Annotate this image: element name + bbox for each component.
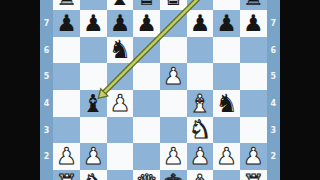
square-g7[interactable]: ♟ [213,10,240,37]
square-f7[interactable]: ♟ [187,10,214,37]
rank-label-4-left: 4 [40,90,53,117]
square-e8[interactable]: ♚ [160,0,187,10]
square-a6[interactable] [53,37,80,64]
black-rook-a8[interactable]: ♜ [55,0,77,9]
square-a5[interactable] [53,63,80,90]
square-d1[interactable]: ♛ [133,170,160,180]
square-c3[interactable] [107,117,134,144]
black-bishop-c8[interactable]: ♝ [109,0,131,9]
rank-label-6-left: 6 [40,37,53,64]
square-g1[interactable] [213,170,240,180]
chess-board: 765432 ♜♝♛♚♜♟♟♟♟♟♟♟♞♟♝♟♝♞♞♟♟♟♟♟♟♜♞♛♚♝♜ 7… [40,0,280,180]
square-b1[interactable]: ♞ [80,170,107,180]
white-pawn-e2[interactable]: ♟ [163,145,184,168]
black-pawn-h7[interactable]: ♟ [243,12,264,35]
square-f5[interactable] [187,63,214,90]
white-pawn-a2[interactable]: ♟ [56,145,77,168]
square-c2[interactable] [107,143,134,170]
square-f3[interactable]: ♞ [187,117,214,144]
square-h7[interactable]: ♟ [240,10,267,37]
white-pawn-f2[interactable]: ♟ [190,145,211,168]
white-rook-h1[interactable]: ♜ [242,171,264,180]
rank-label-5-right: 5 [267,63,280,90]
white-knight-f3[interactable]: ♞ [189,117,211,142]
black-pawn-b7[interactable]: ♟ [83,12,104,35]
square-d4[interactable] [133,90,160,117]
square-h8[interactable]: ♜ [240,0,267,10]
square-e2[interactable]: ♟ [160,143,187,170]
white-pawn-e5[interactable]: ♟ [163,65,184,88]
square-e5[interactable]: ♟ [160,63,187,90]
square-f2[interactable]: ♟ [187,143,214,170]
square-h2[interactable]: ♟ [240,143,267,170]
rank-label-7-left: 7 [40,10,53,37]
square-e4[interactable] [160,90,187,117]
square-h6[interactable] [240,37,267,64]
square-f8[interactable] [187,0,214,10]
square-h5[interactable] [240,63,267,90]
black-pawn-d7[interactable]: ♟ [136,12,157,35]
square-b5[interactable] [80,63,107,90]
black-king-e8[interactable]: ♚ [162,0,184,9]
square-d5[interactable] [133,63,160,90]
square-b8[interactable] [80,0,107,10]
square-f4[interactable]: ♝ [187,90,214,117]
square-h4[interactable] [240,90,267,117]
square-c8[interactable]: ♝ [107,0,134,10]
rank-label-3-right: 3 [267,117,280,144]
square-d8[interactable]: ♛ [133,0,160,10]
white-knight-b1[interactable]: ♞ [82,171,104,180]
square-c4[interactable]: ♟ [107,90,134,117]
board-squares: ♜♝♛♚♜♟♟♟♟♟♟♟♞♟♝♟♝♞♞♟♟♟♟♟♟♜♞♛♚♝♜ [53,0,266,180]
square-g5[interactable] [213,63,240,90]
square-a8[interactable]: ♜ [53,0,80,10]
square-g6[interactable] [213,37,240,64]
rank-label-4-right: 4 [267,90,280,117]
square-d6[interactable] [133,37,160,64]
square-g3[interactable] [213,117,240,144]
square-b2[interactable]: ♟ [80,143,107,170]
square-c7[interactable]: ♟ [107,10,134,37]
square-b6[interactable] [80,37,107,64]
black-queen-d8[interactable]: ♛ [135,0,157,9]
white-pawn-h2[interactable]: ♟ [243,145,264,168]
rank-label-5-left: 5 [40,63,53,90]
square-a4[interactable] [53,90,80,117]
video-frame: 765432 ♜♝♛♚♜♟♟♟♟♟♟♟♞♟♝♟♝♞♞♟♟♟♟♟♟♜♞♛♚♝♜ 7… [0,0,320,180]
square-h3[interactable] [240,117,267,144]
square-e3[interactable] [160,117,187,144]
black-pawn-f7[interactable]: ♟ [190,12,211,35]
square-d2[interactable] [133,143,160,170]
square-a3[interactable] [53,117,80,144]
square-a1[interactable]: ♜ [53,170,80,180]
square-e6[interactable] [160,37,187,64]
square-h1[interactable]: ♜ [240,170,267,180]
square-g8[interactable] [213,0,240,10]
square-d7[interactable]: ♟ [133,10,160,37]
rank-label-2-left: 2 [40,143,53,170]
white-pawn-g2[interactable]: ♟ [216,145,237,168]
square-g2[interactable]: ♟ [213,143,240,170]
white-bishop-f4[interactable]: ♝ [189,91,211,116]
square-b7[interactable]: ♟ [80,10,107,37]
square-c6[interactable]: ♞ [107,37,134,64]
square-c5[interactable] [107,63,134,90]
square-e1[interactable]: ♚ [160,170,187,180]
white-rook-a1[interactable]: ♜ [55,171,77,180]
black-pawn-g7[interactable]: ♟ [216,12,237,35]
rank-label-6-right: 6 [267,37,280,64]
white-bishop-f1[interactable]: ♝ [189,171,211,180]
black-pawn-c7[interactable]: ♟ [110,12,131,35]
rank-label-3-left: 3 [40,117,53,144]
square-a2[interactable]: ♟ [53,143,80,170]
black-knight-g4[interactable]: ♞ [215,91,237,116]
white-pawn-c4[interactable]: ♟ [110,92,131,115]
white-king-e1[interactable]: ♚ [162,171,184,180]
square-d3[interactable] [133,117,160,144]
black-knight-c6[interactable]: ♞ [109,37,131,62]
rank-label-2-right: 2 [267,143,280,170]
white-pawn-b2[interactable]: ♟ [83,145,104,168]
square-g4[interactable]: ♞ [213,90,240,117]
square-f1[interactable]: ♝ [187,170,214,180]
black-rook-h8[interactable]: ♜ [242,0,264,9]
square-b3[interactable] [80,117,107,144]
black-bishop-b4[interactable]: ♝ [82,91,104,116]
square-a7[interactable]: ♟ [53,10,80,37]
square-c1[interactable] [107,170,134,180]
square-f6[interactable] [187,37,214,64]
white-queen-d1[interactable]: ♛ [135,171,157,180]
black-pawn-a7[interactable]: ♟ [56,12,77,35]
square-e7[interactable] [160,10,187,37]
rank-label-7-right: 7 [267,10,280,37]
square-b4[interactable]: ♝ [80,90,107,117]
